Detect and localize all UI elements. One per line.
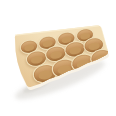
product-photo <box>0 0 116 116</box>
muffin-pan-illustration <box>0 0 116 116</box>
